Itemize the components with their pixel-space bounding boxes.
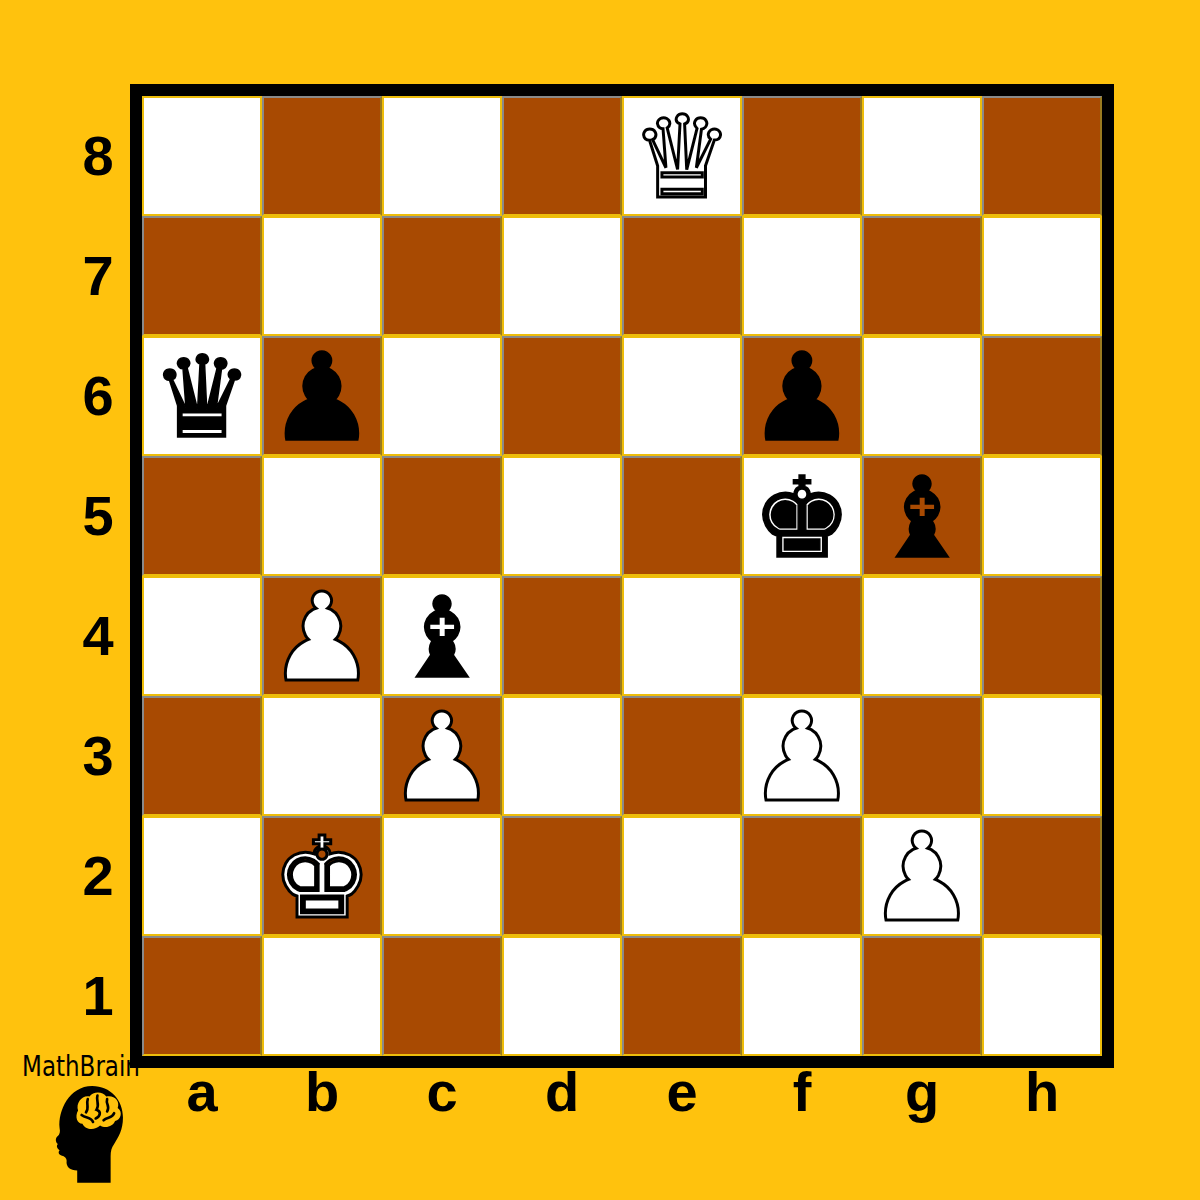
black-bishop: ♝	[872, 462, 972, 574]
square-a1[interactable]	[142, 936, 262, 1056]
white-king: ♚	[272, 822, 372, 934]
square-c2[interactable]	[382, 816, 502, 936]
square-b3[interactable]	[262, 696, 382, 816]
black-pawn: ♟	[747, 337, 856, 459]
square-c5[interactable]	[382, 456, 502, 576]
square-f6[interactable]: ♟	[742, 336, 862, 456]
rank-label-5: 5	[68, 456, 128, 576]
square-e8[interactable]: ♛	[622, 96, 742, 216]
brain-head-icon	[42, 1083, 130, 1183]
puzzle-canvas: ♛♛♟♟♚♝♟♝♟♟♚♟ 87654321 abcdefgh MathBrain	[0, 0, 1200, 1200]
rank-label-6: 6	[68, 336, 128, 456]
square-e5[interactable]	[622, 456, 742, 576]
square-b4[interactable]: ♟	[262, 576, 382, 696]
white-pawn: ♟	[267, 577, 376, 699]
square-a5[interactable]	[142, 456, 262, 576]
square-g7[interactable]	[862, 216, 982, 336]
file-label-b: b	[262, 1064, 382, 1120]
square-b2[interactable]: ♚	[262, 816, 382, 936]
square-a8[interactable]	[142, 96, 262, 216]
square-d8[interactable]	[502, 96, 622, 216]
square-d4[interactable]	[502, 576, 622, 696]
square-h3[interactable]	[982, 696, 1102, 816]
square-a7[interactable]	[142, 216, 262, 336]
square-g4[interactable]	[862, 576, 982, 696]
square-e7[interactable]	[622, 216, 742, 336]
square-d2[interactable]	[502, 816, 622, 936]
square-c4[interactable]: ♝	[382, 576, 502, 696]
square-f1[interactable]	[742, 936, 862, 1056]
square-e3[interactable]	[622, 696, 742, 816]
square-e4[interactable]	[622, 576, 742, 696]
rank-label-1: 1	[68, 936, 128, 1056]
square-b8[interactable]	[262, 96, 382, 216]
square-g3[interactable]	[862, 696, 982, 816]
square-b6[interactable]: ♟	[262, 336, 382, 456]
square-d7[interactable]	[502, 216, 622, 336]
square-f5[interactable]: ♚	[742, 456, 862, 576]
file-label-f: f	[742, 1064, 862, 1120]
square-b1[interactable]	[262, 936, 382, 1056]
square-h6[interactable]	[982, 336, 1102, 456]
square-f7[interactable]	[742, 216, 862, 336]
square-c1[interactable]	[382, 936, 502, 1056]
black-queen: ♛	[151, 341, 253, 455]
square-c3[interactable]: ♟	[382, 696, 502, 816]
square-a3[interactable]	[142, 696, 262, 816]
square-a2[interactable]	[142, 816, 262, 936]
square-h2[interactable]	[982, 816, 1102, 936]
square-c7[interactable]	[382, 216, 502, 336]
white-pawn: ♟	[387, 697, 496, 819]
file-label-a: a	[142, 1064, 262, 1120]
square-g8[interactable]	[862, 96, 982, 216]
white-pawn: ♟	[747, 697, 856, 819]
white-pawn: ♟	[867, 817, 976, 939]
square-b7[interactable]	[262, 216, 382, 336]
square-d1[interactable]	[502, 936, 622, 1056]
square-h8[interactable]	[982, 96, 1102, 216]
square-g6[interactable]	[862, 336, 982, 456]
square-h7[interactable]	[982, 216, 1102, 336]
brand-logo: MathBrain	[6, 1050, 156, 1187]
black-king: ♚	[752, 462, 852, 574]
square-h1[interactable]	[982, 936, 1102, 1056]
square-d5[interactable]	[502, 456, 622, 576]
rank-label-8: 8	[68, 96, 128, 216]
rank-label-7: 7	[68, 216, 128, 336]
rank-label-4: 4	[68, 576, 128, 696]
brand-name: MathBrain	[12, 1050, 150, 1082]
square-f4[interactable]	[742, 576, 862, 696]
file-label-c: c	[382, 1064, 502, 1120]
square-e1[interactable]	[622, 936, 742, 1056]
square-h4[interactable]	[982, 576, 1102, 696]
square-e6[interactable]	[622, 336, 742, 456]
square-c6[interactable]	[382, 336, 502, 456]
file-label-e: e	[622, 1064, 742, 1120]
square-a6[interactable]: ♛	[142, 336, 262, 456]
square-c8[interactable]	[382, 96, 502, 216]
square-g1[interactable]	[862, 936, 982, 1056]
rank-label-2: 2	[68, 816, 128, 936]
rank-label-3: 3	[68, 696, 128, 816]
square-d3[interactable]	[502, 696, 622, 816]
black-pawn: ♟	[267, 337, 376, 459]
file-label-d: d	[502, 1064, 622, 1120]
square-a4[interactable]	[142, 576, 262, 696]
file-label-h: h	[982, 1064, 1102, 1120]
white-queen: ♛	[631, 101, 733, 215]
square-f8[interactable]	[742, 96, 862, 216]
square-d6[interactable]	[502, 336, 622, 456]
square-b5[interactable]	[262, 456, 382, 576]
square-f2[interactable]	[742, 816, 862, 936]
black-bishop: ♝	[392, 582, 492, 694]
square-f3[interactable]: ♟	[742, 696, 862, 816]
square-g2[interactable]: ♟	[862, 816, 982, 936]
square-h5[interactable]	[982, 456, 1102, 576]
file-label-g: g	[862, 1064, 982, 1120]
board: ♛♛♟♟♚♝♟♝♟♟♚♟	[130, 84, 1114, 1068]
square-e2[interactable]	[622, 816, 742, 936]
square-g5[interactable]: ♝	[862, 456, 982, 576]
